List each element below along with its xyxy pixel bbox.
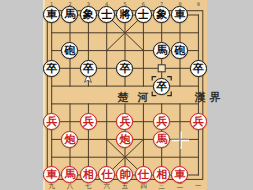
board-point-a5[interactable] — [43, 77, 61, 95]
file-label-bottom-1: 九 — [43, 182, 61, 190]
piece-black-elephant[interactable]: 象 — [80, 6, 97, 23]
file-label-top-4: 4 — [98, 1, 116, 7]
board-point-h8[interactable] — [171, 24, 189, 42]
board-point-h3[interactable] — [171, 113, 189, 131]
board-point-c5[interactable] — [79, 77, 97, 95]
file-label-top-6: 6 — [134, 1, 152, 7]
board-point-i6[interactable]: 卒 — [189, 59, 207, 77]
board-point-b8[interactable] — [61, 24, 79, 42]
board-point-a2[interactable] — [43, 130, 61, 148]
board-point-f6[interactable] — [134, 59, 152, 77]
board-point-e9[interactable]: 將 — [116, 6, 134, 24]
file-label-bottom-5: 五 — [116, 182, 134, 190]
board-point-d4[interactable] — [97, 95, 115, 113]
board-point-e6[interactable]: 卒 — [116, 59, 134, 77]
board-point-e1[interactable] — [116, 148, 134, 166]
board-point-i3[interactable]: 兵 — [189, 113, 207, 131]
file-label-top-2: 2 — [61, 1, 79, 7]
board-point-h2[interactable] — [171, 130, 189, 148]
file-label-bottom-9: 一 — [189, 182, 207, 190]
board-point-g1[interactable] — [152, 148, 170, 166]
file-label-bottom-7: 三 — [153, 182, 171, 190]
board-point-b7[interactable]: 砲 — [61, 42, 79, 60]
board-point-e2[interactable]: 炮 — [116, 130, 134, 148]
board-point-d7[interactable] — [97, 42, 115, 60]
piece-red-horse[interactable]: 馬 — [153, 131, 170, 148]
board-point-i2[interactable] — [189, 130, 207, 148]
file-label-top-9: 9 — [189, 1, 207, 7]
board-point-g4[interactable] — [152, 95, 170, 113]
piece-black-soldier[interactable]: 卒 — [190, 60, 207, 77]
file-label-bottom-8: 二 — [171, 182, 189, 190]
board-point-d8[interactable] — [97, 24, 115, 42]
board-point-h1[interactable] — [171, 148, 189, 166]
board-point-h4[interactable] — [171, 95, 189, 113]
river-text-chu: 楚 — [116, 90, 130, 105]
piece-black-chariot[interactable]: 車 — [171, 6, 188, 23]
board-point-c1[interactable] — [79, 148, 97, 166]
piece-red-cannon[interactable]: 炮 — [116, 131, 133, 148]
board-point-i1[interactable] — [189, 148, 207, 166]
piece-black-horse[interactable]: 馬 — [153, 42, 170, 59]
river-text-he: 河 — [136, 90, 150, 105]
piece-black-chariot[interactable]: 車 — [43, 6, 60, 23]
piece-red-cannon[interactable]: 炮 — [61, 131, 78, 148]
board-point-b3[interactable] — [61, 113, 79, 131]
board-point-g3[interactable]: 兵 — [152, 113, 170, 131]
board-point-g8[interactable] — [152, 24, 170, 42]
board-point-b5[interactable] — [61, 77, 79, 95]
board-point-b4[interactable] — [61, 95, 79, 113]
file-label-bottom-6: 四 — [134, 182, 152, 190]
board-point-c8[interactable] — [79, 24, 97, 42]
board-point-f7[interactable] — [134, 42, 152, 60]
board-point-c2[interactable] — [79, 130, 97, 148]
piece-red-general[interactable]: 帥 — [116, 166, 133, 183]
piece-red-soldier[interactable]: 兵 — [80, 113, 97, 130]
piece-red-horse[interactable]: 馬 — [61, 166, 78, 183]
river-text-jie: 界 — [208, 90, 222, 105]
board-point-g9[interactable]: 象 — [152, 6, 170, 24]
river-text-han: 漢 — [193, 90, 207, 105]
piece-black-cannon[interactable]: 砲 — [61, 42, 78, 59]
piece-black-cannon[interactable]: 砲 — [171, 42, 188, 59]
piece-black-general[interactable]: 將 — [116, 6, 133, 23]
file-label-bottom-3: 七 — [79, 182, 97, 190]
piece-red-advisor[interactable]: 仕 — [98, 166, 115, 183]
board-point-d3[interactable] — [97, 113, 115, 131]
board-point-a8[interactable] — [43, 24, 61, 42]
board-point-f8[interactable] — [134, 24, 152, 42]
board-point-d9[interactable]: 士 — [97, 6, 115, 24]
piece-red-soldier[interactable]: 兵 — [116, 113, 133, 130]
piece-red-elephant[interactable]: 相 — [153, 166, 170, 183]
piece-red-soldier[interactable]: 兵 — [43, 113, 60, 130]
board-point-b2[interactable]: 炮 — [61, 130, 79, 148]
board-point-a7[interactable] — [43, 42, 61, 60]
piece-red-soldier[interactable]: 兵 — [153, 113, 170, 130]
piece-black-soldier[interactable]: 卒 — [80, 60, 97, 77]
board-point-a1[interactable] — [43, 148, 61, 166]
board-point-b6[interactable] — [61, 59, 79, 77]
board-point-i7[interactable] — [189, 42, 207, 60]
piece-black-soldier[interactable]: 卒 — [43, 60, 60, 77]
piece-red-chariot[interactable]: 車 — [43, 166, 60, 183]
board-point-c9[interactable]: 象 — [79, 6, 97, 24]
piece-red-advisor[interactable]: 仕 — [135, 166, 152, 183]
file-label-top-7: 7 — [153, 1, 171, 7]
board-point-c7[interactable] — [79, 42, 97, 60]
board-point-a9[interactable]: 車 — [43, 6, 61, 24]
board-point-g5[interactable]: 卒 — [152, 77, 170, 95]
piece-black-elephant[interactable]: 象 — [153, 6, 170, 23]
board-point-a3[interactable]: 兵 — [43, 113, 61, 131]
app-background: 車馬象士將士象車砲馬砲卒卒卒卒卒兵兵兵兵兵炮炮馬車馬相仕帥仕相車 楚 河 漢 界… — [0, 0, 253, 190]
file-label-bottom-4: 六 — [98, 182, 116, 190]
piece-red-chariot[interactable]: 車 — [171, 166, 188, 183]
board-point-i9[interactable] — [189, 6, 207, 24]
board-point-h5[interactable] — [171, 77, 189, 95]
file-label-top-3: 3 — [79, 1, 97, 7]
piece-red-soldier[interactable]: 兵 — [190, 113, 207, 130]
board-point-f1[interactable] — [134, 148, 152, 166]
board-point-f9[interactable]: 士 — [134, 6, 152, 24]
board-point-c6[interactable]: 卒 — [79, 59, 97, 77]
file-label-top-5: 5 — [116, 1, 134, 7]
board-point-e7[interactable] — [116, 42, 134, 60]
board-point-h7[interactable]: 砲 — [171, 42, 189, 60]
piece-black-advisor[interactable]: 士 — [135, 6, 152, 23]
board-point-a4[interactable] — [43, 95, 61, 113]
board-point-h9[interactable]: 車 — [171, 6, 189, 24]
board-point-d1[interactable] — [97, 148, 115, 166]
piece-black-advisor[interactable]: 士 — [98, 6, 115, 23]
piece-black-horse[interactable]: 馬 — [61, 6, 78, 23]
file-label-top-1: 1 — [43, 1, 61, 7]
board-point-d5[interactable] — [97, 77, 115, 95]
board-point-h6[interactable] — [171, 59, 189, 77]
piece-black-soldier[interactable]: 卒 — [153, 78, 170, 95]
board-point-d2[interactable] — [97, 130, 115, 148]
board-point-c4[interactable] — [79, 95, 97, 113]
board-point-c3[interactable]: 兵 — [79, 113, 97, 131]
board-point-e8[interactable] — [116, 24, 134, 42]
board-point-b1[interactable] — [61, 148, 79, 166]
board-point-b9[interactable]: 馬 — [61, 6, 79, 24]
board-point-f2[interactable] — [134, 130, 152, 148]
piece-red-elephant[interactable]: 相 — [80, 166, 97, 183]
board-point-g6[interactable] — [152, 59, 170, 77]
board-point-i8[interactable] — [189, 24, 207, 42]
piece-black-soldier[interactable]: 卒 — [116, 60, 133, 77]
board-point-f3[interactable] — [134, 113, 152, 131]
board-point-d6[interactable] — [97, 59, 115, 77]
board-point-a6[interactable]: 卒 — [43, 59, 61, 77]
board-point-g2[interactable]: 馬 — [152, 130, 170, 148]
file-label-bottom-2: 八 — [61, 182, 79, 190]
board-point-g7[interactable]: 馬 — [152, 42, 170, 60]
board-point-e3[interactable]: 兵 — [116, 113, 134, 131]
file-label-top-8: 8 — [171, 1, 189, 7]
